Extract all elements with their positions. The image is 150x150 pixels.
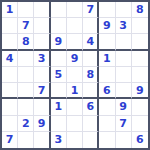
cell-r9c8[interactable] (116, 132, 132, 148)
cell-r8c2[interactable]: 2 (18, 116, 34, 132)
cell-r1c3[interactable] (34, 2, 50, 18)
cell-r1c9[interactable]: 8 (132, 2, 148, 18)
cell-r4c8[interactable] (116, 51, 132, 67)
cell-r5c7[interactable] (99, 67, 115, 83)
cell-r8c1[interactable] (2, 116, 18, 132)
cell-r4c9[interactable] (132, 51, 148, 67)
cell-r9c2[interactable] (18, 132, 34, 148)
cell-r1c5[interactable] (67, 2, 83, 18)
cell-r8c4[interactable] (51, 116, 67, 132)
cell-r8c8[interactable]: 7 (116, 116, 132, 132)
cell-r3c1[interactable] (2, 34, 18, 50)
cell-r5c9[interactable] (132, 67, 148, 83)
cell-r3c3[interactable] (34, 34, 50, 50)
cell-r2c1[interactable] (2, 18, 18, 34)
cell-r5c3[interactable] (34, 67, 50, 83)
cell-r1c2[interactable] (18, 2, 34, 18)
cell-r2c7[interactable]: 9 (99, 18, 115, 34)
cell-r2c3[interactable] (34, 18, 50, 34)
cell-r2c5[interactable] (67, 18, 83, 34)
cell-r5c8[interactable] (116, 67, 132, 83)
cell-r6c9[interactable]: 9 (132, 83, 148, 99)
cell-r8c3[interactable]: 9 (34, 116, 50, 132)
cell-r3c2[interactable]: 8 (18, 34, 34, 50)
cell-r3c4[interactable]: 9 (51, 34, 67, 50)
cell-r6c6[interactable] (83, 83, 99, 99)
sudoku-board: 1787938944391587169169297736 (0, 0, 150, 150)
cell-r2c4[interactable] (51, 18, 67, 34)
cell-r6c1[interactable] (2, 83, 18, 99)
cell-r8c6[interactable] (83, 116, 99, 132)
cell-r6c4[interactable] (51, 83, 67, 99)
cell-r5c4[interactable]: 5 (51, 67, 67, 83)
cell-r3c6[interactable]: 4 (83, 34, 99, 50)
cell-r9c6[interactable] (83, 132, 99, 148)
cell-r5c1[interactable] (2, 67, 18, 83)
cell-r7c1[interactable] (2, 99, 18, 115)
cell-r4c2[interactable] (18, 51, 34, 67)
cell-r3c5[interactable] (67, 34, 83, 50)
cell-r2c2[interactable]: 7 (18, 18, 34, 34)
cell-r6c5[interactable]: 1 (67, 83, 83, 99)
cell-r9c4[interactable]: 3 (51, 132, 67, 148)
cell-r7c3[interactable] (34, 99, 50, 115)
cell-r7c6[interactable]: 6 (83, 99, 99, 115)
cell-r4c4[interactable] (51, 51, 67, 67)
cell-r1c8[interactable] (116, 2, 132, 18)
cell-r2c8[interactable]: 3 (116, 18, 132, 34)
cell-r8c7[interactable] (99, 116, 115, 132)
cell-r4c3[interactable]: 3 (34, 51, 50, 67)
cell-r4c6[interactable] (83, 51, 99, 67)
cell-r9c1[interactable]: 7 (2, 132, 18, 148)
cell-r9c7[interactable] (99, 132, 115, 148)
cell-r6c8[interactable] (116, 83, 132, 99)
cell-r7c8[interactable]: 9 (116, 99, 132, 115)
cell-r9c5[interactable] (67, 132, 83, 148)
cell-r2c6[interactable] (83, 18, 99, 34)
cell-r5c2[interactable] (18, 67, 34, 83)
cell-r9c9[interactable]: 6 (132, 132, 148, 148)
cell-r1c4[interactable] (51, 2, 67, 18)
cell-r1c7[interactable] (99, 2, 115, 18)
cell-r4c7[interactable]: 1 (99, 51, 115, 67)
cell-r7c4[interactable]: 1 (51, 99, 67, 115)
cell-r7c9[interactable] (132, 99, 148, 115)
cell-r5c6[interactable]: 8 (83, 67, 99, 83)
cell-r3c8[interactable] (116, 34, 132, 50)
cell-r7c5[interactable] (67, 99, 83, 115)
cell-r8c9[interactable] (132, 116, 148, 132)
cell-r7c2[interactable] (18, 99, 34, 115)
cell-r8c5[interactable] (67, 116, 83, 132)
cell-r6c3[interactable]: 7 (34, 83, 50, 99)
cell-r3c7[interactable] (99, 34, 115, 50)
cell-r3c9[interactable] (132, 34, 148, 50)
cell-r1c1[interactable]: 1 (2, 2, 18, 18)
cell-r9c3[interactable] (34, 132, 50, 148)
cell-r7c7[interactable] (99, 99, 115, 115)
cell-r6c2[interactable] (18, 83, 34, 99)
cell-r2c9[interactable] (132, 18, 148, 34)
cell-r5c5[interactable] (67, 67, 83, 83)
cell-r6c7[interactable]: 6 (99, 83, 115, 99)
cell-r4c5[interactable]: 9 (67, 51, 83, 67)
cell-r4c1[interactable]: 4 (2, 51, 18, 67)
cell-r1c6[interactable]: 7 (83, 2, 99, 18)
